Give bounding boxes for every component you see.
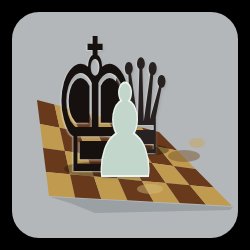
app-icon-tile[interactable]: ♛ ♚ ♟ [0,0,250,250]
board-stain [189,138,205,148]
white-pawn-piece: ♟ [89,68,160,196]
